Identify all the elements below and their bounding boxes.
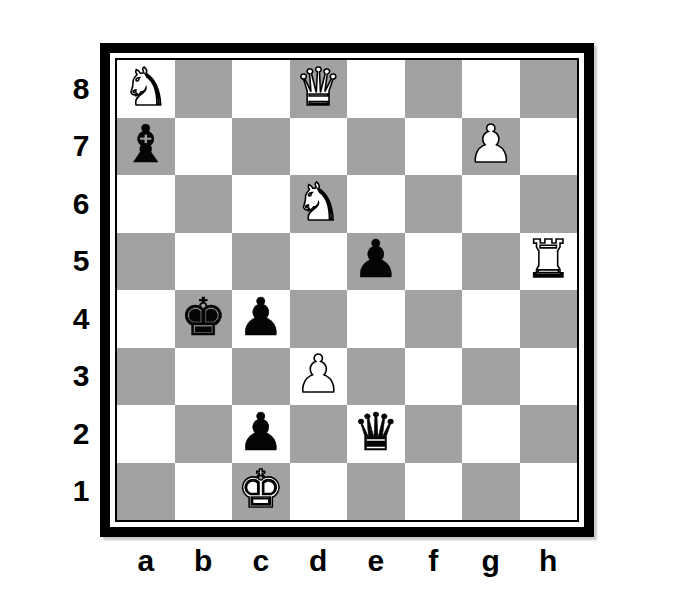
- square-a7[interactable]: ♝: [117, 118, 175, 176]
- square-d7[interactable]: [290, 118, 348, 176]
- square-b1[interactable]: [175, 463, 233, 521]
- chess-board: ♞♛♝♟♞♟♜♚♟♟♟♛♚: [100, 43, 594, 537]
- square-e6[interactable]: [347, 175, 405, 233]
- file-labels: abcdefgh: [117, 541, 577, 581]
- square-f2[interactable]: [405, 405, 463, 463]
- piece-black-pawn-c4[interactable]: ♟: [237, 291, 284, 343]
- square-a5[interactable]: [117, 233, 175, 291]
- square-b8[interactable]: [175, 60, 233, 118]
- piece-white-pawn-g7[interactable]: ♟: [467, 118, 514, 170]
- square-h6[interactable]: [520, 175, 578, 233]
- rank-labels: 87654321: [60, 60, 102, 520]
- square-e5[interactable]: ♟: [347, 233, 405, 291]
- square-e4[interactable]: [347, 290, 405, 348]
- piece-white-rook-h5[interactable]: ♜: [525, 233, 572, 285]
- file-label-a: a: [117, 541, 175, 581]
- board-grid: ♞♛♝♟♞♟♜♚♟♟♟♛♚: [117, 60, 577, 520]
- square-d5[interactable]: [290, 233, 348, 291]
- piece-white-knight-d6[interactable]: ♞: [295, 176, 342, 228]
- square-h4[interactable]: [520, 290, 578, 348]
- square-c7[interactable]: [232, 118, 290, 176]
- square-d3[interactable]: ♟: [290, 348, 348, 406]
- square-c3[interactable]: [232, 348, 290, 406]
- square-g1[interactable]: [462, 463, 520, 521]
- square-b4[interactable]: ♚: [175, 290, 233, 348]
- square-d8[interactable]: ♛: [290, 60, 348, 118]
- chess-diagram: 87654321 ♞♛♝♟♞♟♜♚♟♟♟♛♚ abcdefgh: [0, 0, 700, 610]
- square-f6[interactable]: [405, 175, 463, 233]
- square-d4[interactable]: [290, 290, 348, 348]
- file-label-d: d: [290, 541, 348, 581]
- square-b7[interactable]: [175, 118, 233, 176]
- square-h7[interactable]: [520, 118, 578, 176]
- square-c2[interactable]: ♟: [232, 405, 290, 463]
- square-g6[interactable]: [462, 175, 520, 233]
- rank-label-1: 1: [60, 463, 102, 521]
- square-f8[interactable]: [405, 60, 463, 118]
- square-c1[interactable]: ♚: [232, 463, 290, 521]
- piece-white-pawn-d3[interactable]: ♟: [295, 348, 342, 400]
- square-c6[interactable]: [232, 175, 290, 233]
- square-e8[interactable]: [347, 60, 405, 118]
- piece-white-king-c1[interactable]: ♚: [237, 463, 284, 515]
- square-h2[interactable]: [520, 405, 578, 463]
- square-b6[interactable]: [175, 175, 233, 233]
- square-a3[interactable]: [117, 348, 175, 406]
- square-a1[interactable]: [117, 463, 175, 521]
- file-label-b: b: [175, 541, 233, 581]
- piece-black-bishop-a7[interactable]: ♝: [122, 118, 169, 170]
- square-g7[interactable]: ♟: [462, 118, 520, 176]
- rank-label-6: 6: [60, 175, 102, 233]
- piece-white-knight-a8[interactable]: ♞: [122, 61, 169, 113]
- square-c4[interactable]: ♟: [232, 290, 290, 348]
- piece-black-king-b4[interactable]: ♚: [180, 291, 227, 343]
- square-g5[interactable]: [462, 233, 520, 291]
- square-g4[interactable]: [462, 290, 520, 348]
- rank-label-3: 3: [60, 348, 102, 406]
- square-g3[interactable]: [462, 348, 520, 406]
- square-e7[interactable]: [347, 118, 405, 176]
- rank-label-8: 8: [60, 60, 102, 118]
- square-d6[interactable]: ♞: [290, 175, 348, 233]
- square-b5[interactable]: [175, 233, 233, 291]
- piece-white-queen-d8[interactable]: ♛: [295, 61, 342, 113]
- square-f4[interactable]: [405, 290, 463, 348]
- square-c5[interactable]: [232, 233, 290, 291]
- piece-black-pawn-c2[interactable]: ♟: [237, 406, 284, 458]
- square-g2[interactable]: [462, 405, 520, 463]
- file-label-f: f: [405, 541, 463, 581]
- square-h1[interactable]: [520, 463, 578, 521]
- square-a4[interactable]: [117, 290, 175, 348]
- file-label-h: h: [520, 541, 578, 581]
- file-label-g: g: [462, 541, 520, 581]
- square-e3[interactable]: [347, 348, 405, 406]
- square-c8[interactable]: [232, 60, 290, 118]
- square-d1[interactable]: [290, 463, 348, 521]
- square-f7[interactable]: [405, 118, 463, 176]
- piece-black-pawn-e5[interactable]: ♟: [352, 233, 399, 285]
- piece-black-queen-e2[interactable]: ♛: [352, 406, 399, 458]
- file-label-c: c: [232, 541, 290, 581]
- board-inner-frame: ♞♛♝♟♞♟♜♚♟♟♟♛♚: [115, 58, 579, 522]
- square-f3[interactable]: [405, 348, 463, 406]
- square-d2[interactable]: [290, 405, 348, 463]
- rank-label-2: 2: [60, 405, 102, 463]
- square-e2[interactable]: ♛: [347, 405, 405, 463]
- square-a2[interactable]: [117, 405, 175, 463]
- file-label-e: e: [347, 541, 405, 581]
- square-b3[interactable]: [175, 348, 233, 406]
- square-a8[interactable]: ♞: [117, 60, 175, 118]
- square-h5[interactable]: ♜: [520, 233, 578, 291]
- square-e1[interactable]: [347, 463, 405, 521]
- square-b2[interactable]: [175, 405, 233, 463]
- square-g8[interactable]: [462, 60, 520, 118]
- square-h3[interactable]: [520, 348, 578, 406]
- square-a6[interactable]: [117, 175, 175, 233]
- rank-label-7: 7: [60, 118, 102, 176]
- square-f5[interactable]: [405, 233, 463, 291]
- rank-label-5: 5: [60, 233, 102, 291]
- square-f1[interactable]: [405, 463, 463, 521]
- rank-label-4: 4: [60, 290, 102, 348]
- square-h8[interactable]: [520, 60, 578, 118]
